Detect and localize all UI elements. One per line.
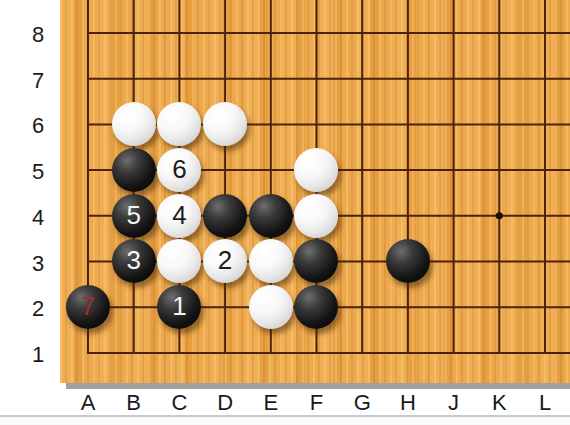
- column-label-B: B: [126, 390, 141, 416]
- move-number-6: 6: [172, 156, 186, 182]
- stone-white-D6: [203, 102, 247, 146]
- row-label-4: 4: [32, 205, 44, 231]
- column-label-C: C: [171, 390, 187, 416]
- stone-black-D4: [203, 194, 247, 238]
- column-label-F: F: [310, 390, 323, 416]
- stone-white-E2: [249, 285, 293, 329]
- column-label-K: K: [492, 390, 507, 416]
- stone-black-B3: 3: [112, 239, 156, 283]
- stone-white-F5: [294, 148, 338, 192]
- move-number-4: 4: [172, 202, 186, 228]
- column-label-J: J: [448, 390, 459, 416]
- move-number-1: 1: [172, 293, 186, 319]
- column-label-L: L: [539, 390, 551, 416]
- stone-white-F4: [294, 194, 338, 238]
- move-number-7: 7: [81, 293, 95, 319]
- stones-layer: 6543271: [65, 10, 568, 376]
- stone-white-C5: 6: [157, 148, 201, 192]
- stone-white-D3: 2: [203, 239, 247, 283]
- below-divider-area: [0, 417, 570, 425]
- column-label-A: A: [81, 390, 96, 416]
- stone-black-C2: 1: [157, 285, 201, 329]
- move-number-5: 5: [126, 202, 140, 228]
- row-label-1: 1: [32, 342, 44, 368]
- row-label-6: 6: [32, 113, 44, 139]
- column-label-E: E: [263, 390, 278, 416]
- row-label-7: 7: [32, 68, 44, 94]
- column-label-G: G: [354, 390, 371, 416]
- stone-black-F2: [294, 285, 338, 329]
- stone-white-C4: 4: [157, 194, 201, 238]
- stone-black-B4: 5: [112, 194, 156, 238]
- column-label-H: H: [400, 390, 416, 416]
- stone-black-A2: 7: [66, 285, 110, 329]
- move-number-3: 3: [126, 247, 140, 273]
- stone-black-F3: [294, 239, 338, 283]
- row-label-2: 2: [32, 296, 44, 322]
- row-label-5: 5: [32, 159, 44, 185]
- stone-white-C6: [157, 102, 201, 146]
- stone-black-H3: [386, 239, 430, 283]
- move-number-2: 2: [218, 247, 232, 273]
- row-label-8: 8: [32, 22, 44, 48]
- go-board[interactable]: 6543271: [60, 0, 570, 383]
- stone-white-B6: [112, 102, 156, 146]
- stone-black-B5: [112, 148, 156, 192]
- stone-black-E4: [249, 194, 293, 238]
- stone-white-E3: [249, 239, 293, 283]
- stone-white-C3: [157, 239, 201, 283]
- row-label-3: 3: [32, 251, 44, 277]
- column-label-D: D: [217, 390, 233, 416]
- go-diagram: 6543271 87654321 ABCDEFGHJKL: [0, 0, 570, 425]
